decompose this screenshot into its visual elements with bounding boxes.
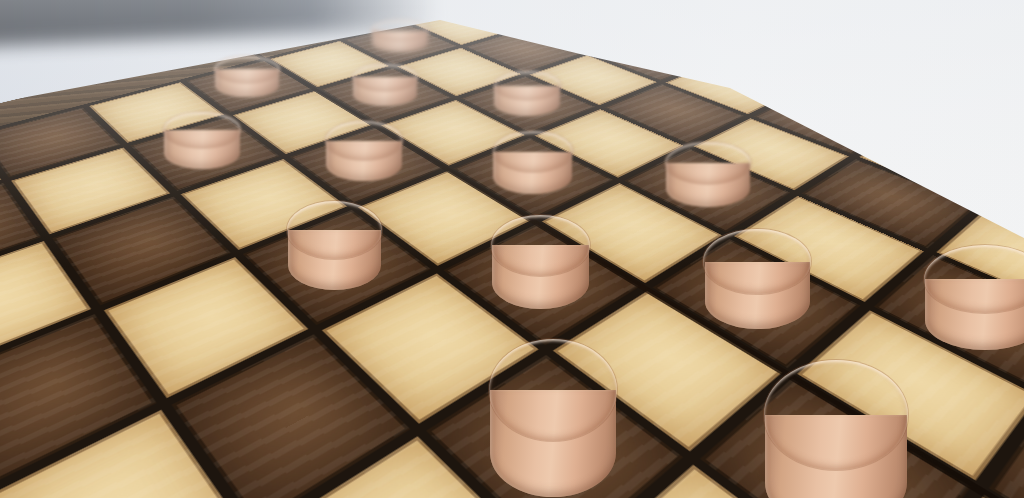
- checker-piece-r4-c4: [491, 215, 590, 309]
- checker-piece-r4-c6: [764, 360, 909, 498]
- checker-piece-r3-c5: [703, 229, 810, 329]
- checker-piece-r2-c6: [924, 245, 1024, 351]
- piece-top-rings: [287, 201, 382, 259]
- piece-top-rings: [489, 339, 617, 441]
- piece-top-rings: [371, 20, 428, 41]
- checker-piece-r5-c5: [489, 339, 617, 497]
- checker-piece-r4-c0: [214, 56, 280, 97]
- checker-piece-r5-c3: [287, 201, 382, 290]
- checker-piece-r2-c0: [371, 20, 428, 52]
- checker-piece-r3-c1: [352, 64, 418, 107]
- photo-scene: [0, 0, 1024, 498]
- pieces-layer: [0, 0, 1024, 498]
- checker-piece-r2-c2: [494, 71, 562, 116]
- piece-top-rings: [214, 56, 280, 83]
- checker-piece-r5-c1: [163, 112, 241, 169]
- piece-top-rings: [163, 112, 241, 149]
- checker-piece-r4-c2: [325, 121, 403, 181]
- piece-top-rings: [325, 121, 403, 160]
- piece-top-rings: [703, 229, 810, 293]
- piece-top-rings: [764, 360, 909, 469]
- piece-top-rings: [352, 64, 418, 92]
- checker-piece-r3-c3: [493, 131, 573, 194]
- piece-top-rings: [493, 131, 573, 171]
- piece-top-rings: [665, 142, 751, 184]
- piece-top-rings: [491, 215, 590, 276]
- checker-piece-r2-c4: [665, 142, 751, 208]
- piece-top-rings: [494, 71, 562, 100]
